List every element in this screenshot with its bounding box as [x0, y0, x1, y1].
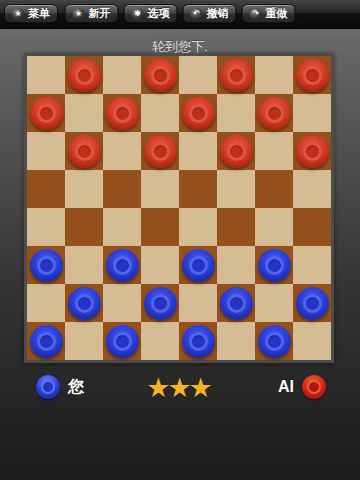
square-r5c3	[141, 246, 179, 284]
blue-piece[interactable]	[68, 287, 101, 320]
undo-icon: ↶	[191, 8, 203, 20]
square-r4c3[interactable]	[141, 208, 179, 246]
square-r1c3	[141, 94, 179, 132]
undo-button[interactable]: ↶撤销	[183, 4, 237, 23]
square-r5c0[interactable]	[27, 246, 65, 284]
square-r2c7[interactable]	[293, 132, 331, 170]
square-r5c1	[65, 246, 103, 284]
gear-icon: ✱	[132, 8, 144, 20]
square-r6c6	[255, 284, 293, 322]
blue-piece[interactable]	[258, 325, 291, 358]
square-r1c0[interactable]	[27, 94, 65, 132]
square-r6c5[interactable]	[217, 284, 255, 322]
square-r3c2[interactable]	[103, 170, 141, 208]
square-r4c6	[255, 208, 293, 246]
blue-piece-icon	[36, 375, 60, 399]
square-r2c3[interactable]	[141, 132, 179, 170]
square-r1c6[interactable]	[255, 94, 293, 132]
square-r7c4[interactable]	[179, 322, 217, 360]
square-r2c1[interactable]	[65, 132, 103, 170]
star-icon: ★	[12, 8, 24, 20]
square-r6c0	[27, 284, 65, 322]
app: ★ 菜单 ★新开✱选项↶撤销↷重做 轮到您下. 您 ★★★ AI	[0, 0, 360, 480]
red-piece[interactable]	[258, 97, 291, 130]
square-r5c4[interactable]	[179, 246, 217, 284]
square-r4c7[interactable]	[293, 208, 331, 246]
square-r4c0	[27, 208, 65, 246]
square-r1c2[interactable]	[103, 94, 141, 132]
square-r0c4	[179, 56, 217, 94]
square-r1c1	[65, 94, 103, 132]
square-r3c5	[217, 170, 255, 208]
blue-piece[interactable]	[220, 287, 253, 320]
square-r3c3	[141, 170, 179, 208]
square-r6c2	[103, 284, 141, 322]
blue-piece[interactable]	[30, 249, 63, 282]
red-piece[interactable]	[182, 97, 215, 130]
square-r5c6[interactable]	[255, 246, 293, 284]
red-piece[interactable]	[106, 97, 139, 130]
square-r2c5[interactable]	[217, 132, 255, 170]
options-button[interactable]: ✱选项	[124, 4, 178, 23]
blue-piece[interactable]	[258, 249, 291, 282]
blue-piece[interactable]	[182, 325, 215, 358]
square-r6c3[interactable]	[141, 284, 179, 322]
square-r7c5	[217, 322, 255, 360]
red-piece[interactable]	[30, 97, 63, 130]
square-r1c4[interactable]	[179, 94, 217, 132]
star-icon: ★	[73, 8, 85, 20]
red-piece[interactable]	[296, 59, 329, 92]
player-bar: 您 ★★★ AI	[36, 372, 326, 402]
red-piece[interactable]	[220, 59, 253, 92]
square-r3c7	[293, 170, 331, 208]
blue-piece[interactable]	[182, 249, 215, 282]
square-r2c4	[179, 132, 217, 170]
new-button[interactable]: ★新开	[65, 4, 119, 23]
square-r0c5[interactable]	[217, 56, 255, 94]
square-r7c7	[293, 322, 331, 360]
difficulty-stars: ★★★	[146, 374, 216, 401]
redo-button[interactable]: ↷重做	[242, 4, 296, 23]
player-ai-label: AI	[278, 378, 294, 396]
blue-piece[interactable]	[106, 249, 139, 282]
square-r2c0	[27, 132, 65, 170]
square-r5c2[interactable]	[103, 246, 141, 284]
menu-button[interactable]: ★ 菜单	[4, 4, 58, 23]
toolbar: ★ 菜单 ★新开✱选项↶撤销↷重做	[0, 0, 360, 29]
square-r1c7	[293, 94, 331, 132]
board-frame	[24, 53, 334, 363]
square-r7c2[interactable]	[103, 322, 141, 360]
square-r3c1	[65, 170, 103, 208]
redo-button-label: 重做	[266, 6, 288, 21]
square-r7c1	[65, 322, 103, 360]
menu-button-label: 菜单	[28, 6, 50, 21]
red-piece[interactable]	[144, 135, 177, 168]
square-r0c7[interactable]	[293, 56, 331, 94]
toolbar-center-group: ★新开✱选项↶撤销↷重做	[65, 4, 296, 23]
new-button-label: 新开	[89, 6, 111, 21]
square-r3c6[interactable]	[255, 170, 293, 208]
square-r5c5	[217, 246, 255, 284]
options-button-label: 选项	[148, 6, 170, 21]
player-you-label: 您	[68, 377, 84, 398]
square-r2c2	[103, 132, 141, 170]
square-r4c2	[103, 208, 141, 246]
red-piece-icon	[302, 375, 326, 399]
square-r6c7[interactable]	[293, 284, 331, 322]
redo-icon: ↷	[250, 8, 262, 20]
blue-piece[interactable]	[106, 325, 139, 358]
square-r7c3	[141, 322, 179, 360]
square-r1c5	[217, 94, 255, 132]
red-piece[interactable]	[144, 59, 177, 92]
square-r2c6	[255, 132, 293, 170]
square-r6c1[interactable]	[65, 284, 103, 322]
square-r4c4	[179, 208, 217, 246]
square-r0c3[interactable]	[141, 56, 179, 94]
square-r0c6	[255, 56, 293, 94]
square-r6c4	[179, 284, 217, 322]
square-r0c0	[27, 56, 65, 94]
square-r3c4[interactable]	[179, 170, 217, 208]
red-piece[interactable]	[68, 59, 101, 92]
board	[27, 56, 331, 360]
undo-button-label: 撤销	[207, 6, 229, 21]
square-r0c2	[103, 56, 141, 94]
player-you: 您	[36, 375, 84, 399]
red-piece[interactable]	[220, 135, 253, 168]
square-r0c1[interactable]	[65, 56, 103, 94]
square-r7c0[interactable]	[27, 322, 65, 360]
square-r4c1[interactable]	[65, 208, 103, 246]
square-r3c0[interactable]	[27, 170, 65, 208]
blue-piece[interactable]	[30, 325, 63, 358]
player-ai: AI	[278, 375, 326, 399]
blue-piece[interactable]	[144, 287, 177, 320]
square-r7c6[interactable]	[255, 322, 293, 360]
square-r5c7	[293, 246, 331, 284]
red-piece[interactable]	[68, 135, 101, 168]
blue-piece[interactable]	[296, 287, 329, 320]
red-piece[interactable]	[296, 135, 329, 168]
square-r4c5[interactable]	[217, 208, 255, 246]
